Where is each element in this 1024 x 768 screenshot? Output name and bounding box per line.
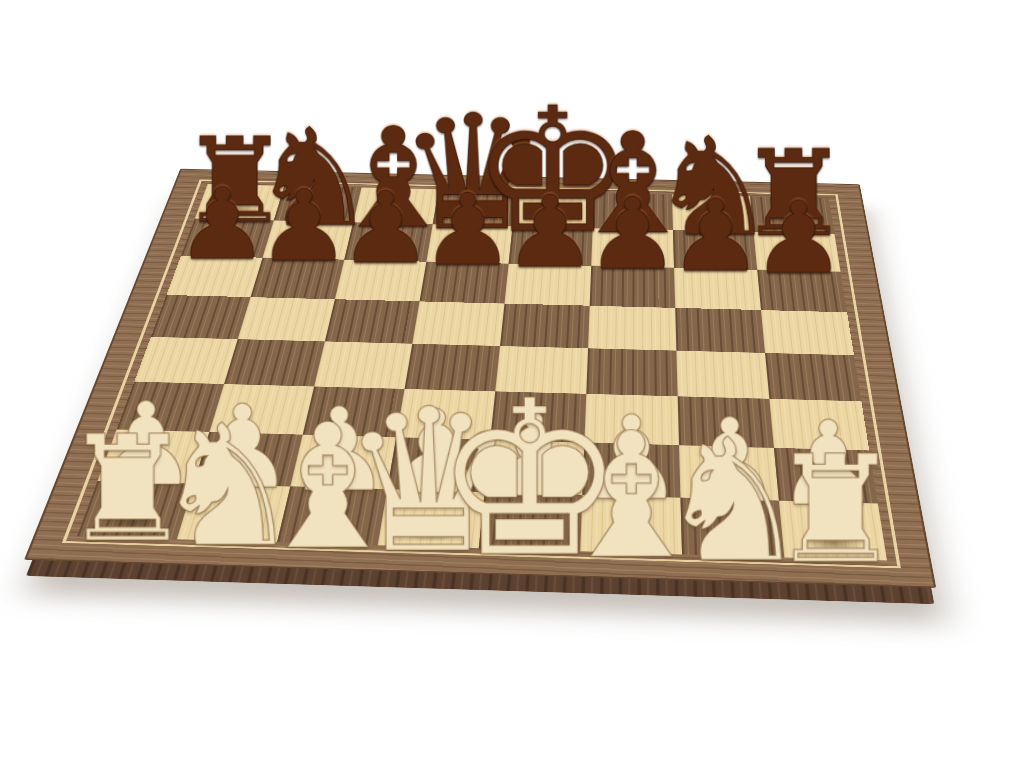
square-g5[interactable] bbox=[675, 308, 765, 353]
square-d5[interactable] bbox=[412, 301, 504, 346]
square-h1[interactable]: ♜ bbox=[779, 501, 887, 561]
square-b5[interactable] bbox=[238, 297, 335, 341]
square-a5[interactable] bbox=[151, 295, 251, 339]
chessboard-photo: ♜♞♝♛♚♝♞♜♟♟♟♟♟♟♟♟♟♟♟♟♟♟♟♟♜♞♝♛♚♝♞♜ bbox=[0, 0, 1024, 768]
square-g6[interactable] bbox=[674, 268, 761, 310]
square-h5[interactable] bbox=[761, 310, 854, 355]
square-f5[interactable] bbox=[588, 306, 676, 351]
square-e5[interactable] bbox=[500, 304, 590, 349]
board-grid: ♜♞♝♛♚♝♞♜♟♟♟♟♟♟♟♟♟♟♟♟♟♟♟♟♜♞♝♛♚♝♞♜ bbox=[77, 184, 887, 561]
square-h7[interactable]: ♟ bbox=[754, 232, 841, 272]
square-g4[interactable] bbox=[676, 351, 769, 399]
chess-board: ♜♞♝♛♚♝♞♜♟♟♟♟♟♟♟♟♟♟♟♟♟♟♟♟♜♞♝♛♚♝♞♜ bbox=[24, 169, 936, 588]
